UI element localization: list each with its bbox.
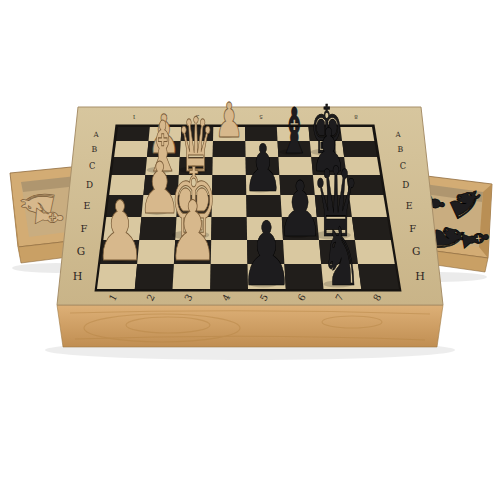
label-top-8: 8 [354,114,358,120]
label-right-A: A [394,130,401,139]
label-right-G: G [412,245,420,257]
label-right-E: E [406,200,413,211]
square-H8[interactable] [358,264,399,289]
piece-white-pawn-G3[interactable]: ♟ [167,183,217,280]
piece-black-pawn-H5[interactable]: ♟ [239,203,293,306]
label-right-H: H [415,270,425,283]
piece-white-pawn-G1[interactable]: ♟ [95,183,145,280]
label-top-1: 1 [132,114,136,120]
label-left-B: B [91,145,97,154]
drawer-piece-right-bishop[interactable]: ♝ [452,221,497,256]
piece-black-knight-H7[interactable]: ♞ [321,210,361,304]
label-left-H: H [73,270,83,283]
piece-black-bishop-B6[interactable]: ♝ [278,94,310,168]
box-front-face [57,305,443,347]
label-left-D: D [86,180,93,190]
label-left-C: C [89,161,95,171]
product-photo-wooden-chess-set: ♞♝♜♟ ♟♞♞♝AABBCCDDEEFFGGHH112233445566778… [0,0,500,500]
piece-white-pawn-A4[interactable]: ♟ [214,92,243,148]
label-right-B: B [398,145,404,154]
label-left-A: A [93,130,100,139]
chess-set-render: ♞♝♜♟ ♟♞♞♝AABBCCDDEEFFGGHH112233445566778… [0,0,500,500]
label-right-D: D [402,180,409,190]
label-right-C: C [400,161,406,171]
label-right-F: F [409,223,416,234]
label-left-E: E [83,200,90,211]
chess-set-svg: ♞♝♜♟ ♟♞♞♝AABBCCDDEEFFGGHH112233445566778… [0,0,500,500]
label-left-G: G [77,245,85,257]
label-top-5: 5 [259,114,263,120]
label-left-F: F [80,223,87,234]
